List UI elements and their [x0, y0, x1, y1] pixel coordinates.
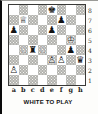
- square-g5: ♔: [66, 35, 76, 45]
- square-a8: [9, 5, 19, 15]
- square-c7: [28, 15, 38, 25]
- square-g2: [66, 65, 76, 75]
- square-b2: [19, 65, 29, 75]
- square-h6: [76, 25, 86, 35]
- file-label-b: b: [19, 86, 29, 94]
- square-e5: [47, 35, 57, 45]
- square-h4: [76, 45, 86, 55]
- square-g3: [66, 55, 76, 65]
- rank-label-2: 2: [88, 65, 92, 75]
- square-f2: [57, 65, 67, 75]
- file-label-h: h: [76, 86, 86, 94]
- square-d2: [38, 65, 48, 75]
- file-label-a: a: [9, 86, 19, 94]
- rank-label-4: 4: [88, 45, 92, 55]
- square-d7: [38, 15, 48, 25]
- square-g6: [66, 25, 76, 35]
- rank-label-6: 6: [88, 25, 92, 35]
- square-f7: ♟: [57, 15, 67, 25]
- square-b4: ♘: [19, 45, 29, 55]
- square-h8: [76, 5, 86, 15]
- square-d6: [38, 25, 48, 35]
- square-b3: [19, 55, 29, 65]
- file-label-g: g: [66, 86, 76, 94]
- square-f8: [57, 5, 67, 15]
- square-b6: [19, 25, 29, 35]
- rank-label-5: 5: [88, 35, 92, 45]
- file-label-e: e: [47, 86, 57, 94]
- square-e7: [47, 15, 57, 25]
- square-f4: [57, 45, 67, 55]
- chess-board: ♚♕♟♟♟♔♘♜♘♟♙♙♛♙: [8, 4, 86, 86]
- square-a5: [9, 35, 19, 45]
- square-a7: [9, 15, 19, 25]
- square-d5: [38, 35, 48, 45]
- caption-white-to-play: WHITE TO PLAY: [4, 99, 92, 105]
- square-h5: [76, 35, 86, 45]
- rank-label-7: 7: [88, 15, 92, 25]
- square-c1: [28, 75, 38, 85]
- square-e8: ♚: [47, 5, 57, 15]
- square-e4: [47, 45, 57, 55]
- square-c3: [28, 55, 38, 65]
- square-h1: [76, 75, 86, 85]
- file-label-d: d: [38, 86, 48, 94]
- file-label-f: f: [57, 86, 67, 94]
- rank-label-8: 8: [88, 5, 92, 15]
- square-c4: ♜: [28, 45, 38, 55]
- square-c2: [28, 65, 38, 75]
- square-e6: ♟: [47, 25, 57, 35]
- square-a1: [9, 75, 19, 85]
- rank-label-1: 1: [88, 75, 92, 85]
- rank-label-3: 3: [88, 55, 92, 65]
- square-e1: [47, 75, 57, 85]
- square-c8: [28, 5, 38, 15]
- square-b8: [19, 5, 29, 15]
- square-a2: ♙: [9, 65, 19, 75]
- square-g8: [66, 5, 76, 15]
- square-h3: ♛: [76, 55, 86, 65]
- square-b1: [19, 75, 29, 85]
- square-g1: [66, 75, 76, 85]
- square-f1: [57, 75, 67, 85]
- square-g4: ♟: [66, 45, 76, 55]
- rank-labels: 8 7 6 5 4 3 2 1: [88, 4, 92, 85]
- square-d4: ♘: [38, 45, 48, 55]
- square-a3: [9, 55, 19, 65]
- square-b5: [19, 35, 29, 45]
- square-d3: [38, 55, 48, 65]
- square-a4: [9, 45, 19, 55]
- file-labels: a b c d e f g h: [9, 86, 85, 94]
- square-f3: ♙: [57, 55, 67, 65]
- square-g7: [66, 15, 76, 25]
- square-c6: [28, 25, 38, 35]
- square-e3: ♙: [47, 55, 57, 65]
- file-label-c: c: [28, 86, 38, 94]
- square-c5: [28, 35, 38, 45]
- square-h2: [76, 65, 86, 75]
- square-f5: [57, 35, 67, 45]
- square-a6: ♟: [9, 25, 19, 35]
- book-page-scan: ♚♕♟♟♟♔♘♜♘♟♙♙♛♙ 8 7 6 5 4 3 2 1 a b c d e…: [0, 0, 98, 114]
- square-b7: ♕: [19, 15, 29, 25]
- square-h7: [76, 15, 86, 25]
- board-with-ranks: ♚♕♟♟♟♔♘♜♘♟♙♙♛♙ 8 7 6 5 4 3 2 1: [8, 4, 92, 86]
- square-d8: [38, 5, 48, 15]
- square-d1: [38, 75, 48, 85]
- square-e2: [47, 65, 57, 75]
- square-f6: [57, 25, 67, 35]
